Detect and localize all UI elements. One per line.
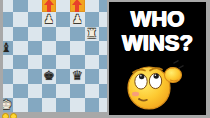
square-d7: ♟ [42, 12, 56, 26]
white-king: ♚ [3, 98, 12, 112]
watermark-emoji-icon [10, 113, 17, 118]
square-c7 [28, 12, 42, 26]
square-b1 [13, 98, 27, 112]
watermark-emoji-icons [2, 113, 17, 118]
square-a3 [3, 69, 13, 83]
square-f2 [70, 84, 84, 98]
square-b2 [13, 84, 27, 98]
square-e4 [56, 55, 70, 69]
square-f8 [70, 0, 84, 12]
square-f4 [70, 55, 84, 69]
watermark-emoji-icon [2, 113, 9, 118]
square-h7 [99, 12, 107, 26]
square-h2 [99, 84, 107, 98]
square-c3 [28, 69, 42, 83]
black-queen: ♛ [72, 69, 84, 83]
thumbnail-title: WHO WINS? [122, 7, 193, 55]
square-g1 [85, 98, 99, 112]
square-h4 [99, 55, 107, 69]
square-e5 [56, 41, 70, 55]
square-g5 [85, 41, 99, 55]
square-d4 [42, 55, 56, 69]
square-g4 [85, 55, 99, 69]
white-rook: ♜ [86, 27, 98, 41]
square-f7: ♟ [70, 12, 84, 26]
square-f6 [70, 27, 84, 41]
square-c8 [28, 0, 42, 12]
square-d5 [42, 41, 56, 55]
square-c1 [28, 98, 42, 112]
square-a6 [3, 27, 13, 41]
square-a2 [3, 84, 13, 98]
square-f3: ♛ [70, 69, 84, 83]
square-h1 [99, 98, 107, 112]
title-line-1: WHO [122, 7, 193, 31]
square-a7 [3, 12, 13, 26]
square-e3 [56, 69, 70, 83]
square-g3 [85, 69, 99, 83]
square-h8 [99, 0, 107, 12]
square-e1 [56, 98, 70, 112]
square-g6: ♜ [85, 27, 99, 41]
square-b3 [13, 69, 27, 83]
square-f5 [70, 41, 84, 55]
square-d6 [42, 27, 56, 41]
square-b8 [13, 0, 27, 12]
square-b4 [13, 55, 27, 69]
square-b7 [13, 12, 27, 26]
square-g8 [85, 0, 99, 12]
square-b6 [13, 27, 27, 41]
square-d1 [42, 98, 56, 112]
square-g7 [85, 12, 99, 26]
square-d8 [42, 0, 56, 12]
square-g2 [85, 84, 99, 98]
black-king: ♚ [43, 69, 55, 83]
square-h5 [99, 41, 107, 55]
square-b5 [13, 41, 27, 55]
white-pawn: ♟ [44, 12, 54, 26]
square-a1: ♚ [3, 98, 13, 112]
square-h6 [99, 27, 107, 41]
white-pawn: ♟ [72, 12, 82, 26]
black-bishop: ♝ [3, 41, 12, 55]
square-d2 [42, 84, 56, 98]
square-a4 [3, 55, 13, 69]
chess-board-viewport: ♟♟♜♝♚♛♚ [3, 0, 107, 113]
confused-scratching-head-emoji-icon [125, 60, 189, 112]
chess-board: ♟♟♜♝♚♛♚ [3, 0, 107, 112]
promotion-arrow-icon [70, 0, 84, 12]
square-a5: ♝ [3, 41, 13, 55]
square-e6 [56, 27, 70, 41]
square-e7 [56, 12, 70, 26]
square-e8 [56, 0, 70, 12]
promotion-arrow-icon [42, 0, 56, 12]
video-thumbnail[interactable]: ♟♟♜♝♚♛♚ WHO WINS? [0, 0, 210, 118]
square-e2 [56, 84, 70, 98]
square-c2 [28, 84, 42, 98]
square-c4 [28, 55, 42, 69]
square-a8 [3, 0, 13, 12]
square-f1 [70, 98, 84, 112]
square-h3 [99, 69, 107, 83]
square-c6 [28, 27, 42, 41]
square-d3: ♚ [42, 69, 56, 83]
title-line-2: WINS? [122, 31, 193, 55]
title-panel: WHO WINS? [109, 2, 206, 115]
square-c5 [28, 41, 42, 55]
